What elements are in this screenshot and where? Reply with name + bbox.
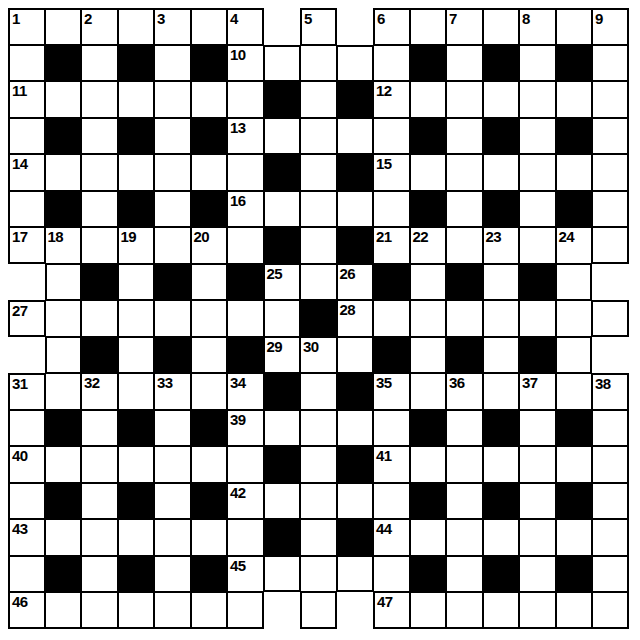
cell-r8c11-white[interactable] [410, 300, 447, 337]
cell-r2c12-white[interactable] [446, 81, 483, 118]
clue-number: 44 [374, 520, 409, 536]
cell-r12c13-white[interactable] [483, 446, 520, 483]
cell-r11c11-black [410, 410, 447, 447]
cell-r0c16-white[interactable]: 9 [592, 8, 629, 45]
cell-r12c0-white[interactable]: 40 [8, 446, 45, 483]
cell-r5c15-black [556, 191, 593, 228]
cell-r14c3-white[interactable] [118, 519, 155, 556]
cell-r14c14-white[interactable] [519, 519, 556, 556]
cell-r16c2-white[interactable] [81, 592, 118, 629]
cell-r16c4-white[interactable] [154, 592, 191, 629]
cell-r2c3-white[interactable] [118, 81, 155, 118]
cell-r2c9-black [337, 81, 374, 118]
cell-r8c7-white[interactable] [264, 300, 301, 337]
cell-r9c5-white[interactable] [191, 337, 228, 374]
cell-r8c1-white[interactable] [45, 300, 82, 337]
cell-r9c4-black [154, 337, 191, 374]
cell-r6c4-white[interactable] [154, 227, 191, 264]
cell-r15c12-white[interactable] [446, 556, 483, 593]
cell-r4c2-white[interactable] [81, 154, 118, 191]
clue-number: 27 [10, 302, 44, 318]
cell-r1c2-white[interactable] [81, 45, 118, 82]
cell-r1c3-black [118, 45, 155, 82]
cell-r1c12-white[interactable] [446, 45, 483, 82]
cell-r5c7-white[interactable] [264, 191, 301, 228]
cell-r7c5-white[interactable] [191, 264, 228, 301]
cell-r11c12-white[interactable] [446, 410, 483, 447]
cell-r9c9-white[interactable] [337, 337, 374, 374]
clue-number: 2 [82, 10, 117, 26]
cell-r16c1-white[interactable] [45, 592, 82, 629]
cell-r11c16-white[interactable] [592, 410, 629, 447]
cell-r7c3-white[interactable] [118, 264, 155, 301]
cell-r12c10-white[interactable]: 41 [373, 446, 410, 483]
cell-r13c15-black [556, 483, 593, 520]
cell-r13c10-white[interactable] [373, 483, 410, 520]
cell-r0c3-white[interactable] [118, 8, 155, 45]
cell-r14c4-white[interactable] [154, 519, 191, 556]
cell-r4c15-white[interactable] [556, 154, 593, 191]
cell-r2c8-white[interactable] [300, 81, 337, 118]
cell-r15c8-white[interactable] [300, 556, 337, 593]
clue-number: 42 [228, 484, 263, 500]
cell-r9c11-white[interactable] [410, 337, 447, 374]
cell-r13c0-white[interactable] [8, 483, 45, 520]
cell-r15c6-white[interactable]: 45 [227, 556, 264, 593]
cell-r1c5-black [191, 45, 228, 82]
cell-r7c6-black [227, 264, 264, 301]
clue-number: 11 [10, 82, 44, 98]
cell-r14c12-white[interactable] [446, 519, 483, 556]
cell-r0c1-white[interactable] [45, 8, 82, 45]
cell-r14c2-white[interactable] [81, 519, 118, 556]
cell-r6c7-black [264, 227, 301, 264]
cell-r4c16-white[interactable] [592, 154, 629, 191]
cell-r12c16-white[interactable] [592, 446, 629, 483]
cell-r13c6-white[interactable]: 42 [227, 483, 264, 520]
cell-r1c8-white[interactable] [300, 45, 337, 82]
cell-r10c2-white[interactable]: 32 [81, 373, 118, 410]
cell-r1c16-white[interactable] [592, 45, 629, 82]
cell-r16c11-white[interactable] [410, 592, 447, 629]
cell-r8c13-white[interactable] [483, 300, 520, 337]
cell-r2c16-white[interactable] [592, 81, 629, 118]
cell-r5c10-white[interactable] [373, 191, 410, 228]
cell-r12c8-white[interactable] [300, 446, 337, 483]
clue-number: 33 [155, 374, 190, 390]
cell-r15c7-white[interactable] [264, 556, 301, 593]
cell-r6c2-white[interactable] [81, 227, 118, 264]
cell-r5c16-white[interactable] [592, 191, 629, 228]
cell-r10c0-white[interactable]: 31 [8, 373, 45, 410]
cell-r5c4-white[interactable] [154, 191, 191, 228]
cell-r15c9-white[interactable] [337, 556, 374, 593]
cell-r7c10-black [373, 264, 410, 301]
cell-r10c12-white[interactable]: 36 [446, 373, 483, 410]
cell-r12c14-white[interactable] [519, 446, 556, 483]
cell-r3c4-white[interactable] [154, 118, 191, 155]
cell-r2c1-white[interactable] [45, 81, 82, 118]
cell-r10c14-white[interactable]: 37 [519, 373, 556, 410]
clue-number: 16 [228, 192, 263, 208]
cell-r6c5-white[interactable]: 20 [191, 227, 228, 264]
cell-r14c8-white[interactable] [300, 519, 337, 556]
cell-r0c6-white[interactable]: 4 [227, 8, 264, 45]
cell-r6c16-white[interactable] [592, 227, 629, 264]
clue-number: 46 [10, 593, 44, 609]
cell-r11c1-black [45, 410, 82, 447]
cell-r4c10-white[interactable]: 15 [373, 154, 410, 191]
cell-r12c5-white[interactable] [191, 446, 228, 483]
cell-r6c10-white[interactable]: 21 [373, 227, 410, 264]
cell-r1c7-white[interactable] [264, 45, 301, 82]
cell-r1c9-white[interactable] [337, 45, 374, 82]
cell-r5c9-white[interactable] [337, 191, 374, 228]
cell-r14c5-white[interactable] [191, 519, 228, 556]
cell-r9c1-white[interactable] [45, 337, 82, 374]
cell-r8c12-white[interactable] [446, 300, 483, 337]
cell-r15c0-white[interactable] [8, 556, 45, 593]
cell-r4c4-white[interactable] [154, 154, 191, 191]
cell-r10c3-white[interactable] [118, 373, 155, 410]
cell-r1c1-black [45, 45, 82, 82]
cell-r8c4-white[interactable] [154, 300, 191, 337]
cell-r10c8-white[interactable] [300, 373, 337, 410]
cell-r2c7-black [264, 81, 301, 118]
cell-r6c8-white[interactable] [300, 227, 337, 264]
cell-r16c3-white[interactable] [118, 592, 155, 629]
cell-r2c2-white[interactable] [81, 81, 118, 118]
cell-r1c6-white[interactable]: 10 [227, 45, 264, 82]
cell-r11c2-white[interactable] [81, 410, 118, 447]
crossword-grid: 1234567891011121314151617181920212223242… [8, 8, 629, 629]
cell-r9c15-white[interactable] [556, 337, 593, 374]
clue-number: 37 [520, 374, 555, 390]
cell-r10c15-white[interactable] [556, 373, 593, 410]
cell-r11c4-white[interactable] [154, 410, 191, 447]
cell-r2c15-white[interactable] [556, 81, 593, 118]
cell-r13c2-white[interactable] [81, 483, 118, 520]
cell-r11c0-white[interactable] [8, 410, 45, 447]
cell-r3c10-white[interactable] [373, 118, 410, 155]
cell-r11c8-white[interactable] [300, 410, 337, 447]
cell-r8c10-white[interactable] [373, 300, 410, 337]
cell-r0c9-void [337, 8, 374, 45]
cell-r3c6-white[interactable]: 13 [227, 118, 264, 155]
cell-r14c11-white[interactable] [410, 519, 447, 556]
cell-r2c6-white[interactable] [227, 81, 264, 118]
cell-r14c1-white[interactable] [45, 519, 82, 556]
cell-r15c15-black [556, 556, 593, 593]
cell-r10c10-white[interactable]: 35 [373, 373, 410, 410]
cell-r12c12-white[interactable] [446, 446, 483, 483]
cell-r14c0-white[interactable]: 43 [8, 519, 45, 556]
cell-r14c6-white[interactable] [227, 519, 264, 556]
cell-r4c3-white[interactable] [118, 154, 155, 191]
cell-r5c6-white[interactable]: 16 [227, 191, 264, 228]
cell-r0c11-white[interactable] [410, 8, 447, 45]
cell-r9c8-white[interactable]: 30 [300, 337, 337, 374]
cell-r13c4-white[interactable] [154, 483, 191, 520]
cell-r16c14-white[interactable] [519, 592, 556, 629]
clue-number: 26 [338, 265, 373, 281]
cell-r14c10-white[interactable]: 44 [373, 519, 410, 556]
clue-number: 38 [593, 375, 627, 391]
cell-r9c2-black [81, 337, 118, 374]
cell-r4c13-white[interactable] [483, 154, 520, 191]
cell-r10c11-white[interactable] [410, 373, 447, 410]
cell-r0c7-void [264, 8, 301, 45]
cell-r13c5-black [191, 483, 228, 520]
cell-r15c16-white[interactable] [592, 556, 629, 593]
cell-r6c13-white[interactable]: 23 [483, 227, 520, 264]
cell-r7c1-white[interactable] [45, 264, 82, 301]
cell-r3c5-black [191, 118, 228, 155]
cell-r15c3-black [118, 556, 155, 593]
clue-number: 19 [119, 228, 154, 244]
cell-r6c15-white[interactable]: 24 [556, 227, 593, 264]
cell-r16c5-white[interactable] [191, 592, 228, 629]
cell-r9c13-white[interactable] [483, 337, 520, 374]
cell-r0c0-white[interactable]: 1 [8, 8, 45, 45]
cell-r3c7-white[interactable] [264, 118, 301, 155]
cell-r8c16-white[interactable] [592, 300, 629, 337]
cell-r0c13-white[interactable] [483, 8, 520, 45]
cell-r15c14-white[interactable] [519, 556, 556, 593]
cell-r12c3-white[interactable] [118, 446, 155, 483]
clue-number: 5 [302, 10, 335, 26]
cell-r9c14-black [519, 337, 556, 374]
cell-r11c10-white[interactable] [373, 410, 410, 447]
cell-r1c4-white[interactable] [154, 45, 191, 82]
cell-r6c6-white[interactable] [227, 227, 264, 264]
cell-r11c9-white[interactable] [337, 410, 374, 447]
cell-r8c0-white[interactable]: 27 [8, 300, 45, 337]
cell-r5c3-black [118, 191, 155, 228]
cell-r6c3-white[interactable]: 19 [118, 227, 155, 264]
clue-number: 34 [228, 374, 263, 390]
cell-r8c2-white[interactable] [81, 300, 118, 337]
cell-r13c3-black [118, 483, 155, 520]
cell-r7c9-white[interactable]: 26 [337, 264, 374, 301]
clue-number: 30 [301, 338, 336, 354]
cell-r4c5-white[interactable] [191, 154, 228, 191]
clue-number: 28 [338, 301, 373, 317]
cell-r3c0-white[interactable] [8, 118, 45, 155]
cell-r16c16-white[interactable] [592, 592, 629, 629]
cell-r4c1-white[interactable] [45, 154, 82, 191]
cell-r10c4-white[interactable]: 33 [154, 373, 191, 410]
cell-r3c8-white[interactable] [300, 118, 337, 155]
cell-r2c5-white[interactable] [191, 81, 228, 118]
cell-r3c2-white[interactable] [81, 118, 118, 155]
cell-r11c3-black [118, 410, 155, 447]
cell-r16c7-void [264, 592, 301, 629]
cell-r8c6-white[interactable] [227, 300, 264, 337]
clue-number: 7 [447, 10, 482, 26]
cell-r10c6-white[interactable]: 34 [227, 373, 264, 410]
cell-r2c11-white[interactable] [410, 81, 447, 118]
cell-r5c0-white[interactable] [8, 191, 45, 228]
cell-r0c8-white[interactable]: 5 [300, 8, 337, 45]
cell-r2c10-white[interactable]: 12 [373, 81, 410, 118]
cell-r2c13-white[interactable] [483, 81, 520, 118]
cell-r7c15-white[interactable] [556, 264, 593, 301]
cell-r16c12-white[interactable] [446, 592, 483, 629]
cell-r4c6-white[interactable] [227, 154, 264, 191]
cell-r8c14-white[interactable] [519, 300, 556, 337]
cell-r13c13-black [483, 483, 520, 520]
cell-r5c2-white[interactable] [81, 191, 118, 228]
cell-r13c7-white[interactable] [264, 483, 301, 520]
clue-number: 3 [155, 10, 190, 26]
cell-r5c14-white[interactable] [519, 191, 556, 228]
cell-r1c14-white[interactable] [519, 45, 556, 82]
cell-r4c9-black [337, 154, 374, 191]
cell-r7c2-black [81, 264, 118, 301]
cell-r7c12-black [446, 264, 483, 301]
cell-r11c7-white[interactable] [264, 410, 301, 447]
cell-r5c11-black [410, 191, 447, 228]
cell-r14c13-white[interactable] [483, 519, 520, 556]
cell-r0c15-white[interactable] [556, 8, 593, 45]
cell-r5c13-black [483, 191, 520, 228]
cell-r5c12-white[interactable] [446, 191, 483, 228]
cell-r14c9-black [337, 519, 374, 556]
cell-r13c14-white[interactable] [519, 483, 556, 520]
cell-r3c9-white[interactable] [337, 118, 374, 155]
cell-r13c1-black [45, 483, 82, 520]
clue-number: 47 [375, 593, 409, 609]
clue-number: 8 [520, 10, 555, 26]
clue-number: 31 [10, 375, 44, 391]
cell-r6c1-white[interactable]: 18 [45, 227, 82, 264]
cell-r16c15-white[interactable] [556, 592, 593, 629]
clue-number: 43 [10, 520, 44, 536]
clue-number: 13 [228, 119, 263, 135]
cell-r15c4-white[interactable] [154, 556, 191, 593]
cell-r13c12-white[interactable] [446, 483, 483, 520]
cell-r16c13-white[interactable] [483, 592, 520, 629]
cell-r6c12-white[interactable] [446, 227, 483, 264]
cell-r5c1-black [45, 191, 82, 228]
clue-number: 4 [228, 10, 262, 26]
cell-r12c7-black [264, 446, 301, 483]
cell-r6c0-white[interactable]: 17 [8, 227, 45, 264]
cell-r4c11-white[interactable] [410, 154, 447, 191]
cell-r3c12-white[interactable] [446, 118, 483, 155]
cell-r8c3-white[interactable] [118, 300, 155, 337]
cell-r9c6-black [227, 337, 264, 374]
cell-r11c5-black [191, 410, 228, 447]
cell-r10c9-black [337, 373, 374, 410]
cell-r6c14-white[interactable] [519, 227, 556, 264]
clue-number: 29 [265, 338, 300, 354]
cell-r16c0-white[interactable]: 46 [8, 592, 45, 629]
cell-r9c7-white[interactable]: 29 [264, 337, 301, 374]
cell-r13c16-white[interactable] [592, 483, 629, 520]
cell-r11c14-white[interactable] [519, 410, 556, 447]
cell-r12c9-black [337, 446, 374, 483]
clue-number: 23 [484, 228, 519, 244]
cell-r6c11-white[interactable]: 22 [410, 227, 447, 264]
cell-r11c6-white[interactable]: 39 [227, 410, 264, 447]
cell-r12c4-white[interactable] [154, 446, 191, 483]
cell-r12c11-white[interactable] [410, 446, 447, 483]
cell-r12c6-white[interactable] [227, 446, 264, 483]
cell-r12c2-white[interactable] [81, 446, 118, 483]
cell-r2c14-white[interactable] [519, 81, 556, 118]
cell-r15c2-white[interactable] [81, 556, 118, 593]
cell-r15c1-black [45, 556, 82, 593]
cell-r3c16-white[interactable] [592, 118, 629, 155]
cell-r2c4-white[interactable] [154, 81, 191, 118]
cell-r0c12-white[interactable]: 7 [446, 8, 483, 45]
cell-r13c9-white[interactable] [337, 483, 374, 520]
cell-r8c5-white[interactable] [191, 300, 228, 337]
cell-r16c10-white[interactable]: 47 [373, 592, 410, 629]
cell-r10c5-white[interactable] [191, 373, 228, 410]
cell-r9c12-black [446, 337, 483, 374]
cell-r2c0-white[interactable]: 11 [8, 81, 45, 118]
cell-r7c8-white[interactable] [300, 264, 337, 301]
cell-r5c8-white[interactable] [300, 191, 337, 228]
cell-r15c10-white[interactable] [373, 556, 410, 593]
cell-r11c13-black [483, 410, 520, 447]
cell-r12c1-white[interactable] [45, 446, 82, 483]
cell-r16c8-white[interactable] [300, 592, 337, 629]
cell-r10c1-white[interactable] [45, 373, 82, 410]
cell-r16c6-white[interactable] [227, 592, 264, 629]
cell-r10c13-white[interactable] [483, 373, 520, 410]
cell-r7c13-white[interactable] [483, 264, 520, 301]
cell-r4c7-black [264, 154, 301, 191]
clue-number: 36 [447, 374, 482, 390]
clue-number: 25 [265, 265, 300, 281]
cell-r1c0-white[interactable] [8, 45, 45, 82]
cell-r4c8-white[interactable] [300, 154, 337, 191]
clue-number: 21 [374, 228, 409, 244]
cell-r12c15-white[interactable] [556, 446, 593, 483]
cell-r9c3-white[interactable] [118, 337, 155, 374]
cell-r14c15-white[interactable] [556, 519, 593, 556]
cell-r0c2-white[interactable]: 2 [81, 8, 118, 45]
cell-r7c11-white[interactable] [410, 264, 447, 301]
cell-r8c15-white[interactable] [556, 300, 593, 337]
cell-r1c11-black [410, 45, 447, 82]
cell-r4c14-white[interactable] [519, 154, 556, 191]
cell-r0c10-white[interactable]: 6 [373, 8, 410, 45]
cell-r0c14-white[interactable]: 8 [519, 8, 556, 45]
clue-number: 40 [10, 447, 44, 463]
cell-r0c5-white[interactable] [191, 8, 228, 45]
cell-r0c4-white[interactable]: 3 [154, 8, 191, 45]
clue-number: 20 [192, 228, 227, 244]
clue-number: 45 [228, 557, 263, 573]
cell-r13c11-black [410, 483, 447, 520]
cell-r13c8-white[interactable] [300, 483, 337, 520]
cell-r8c9-white[interactable]: 28 [337, 300, 374, 337]
cell-r4c0-white[interactable]: 14 [8, 154, 45, 191]
cell-r14c16-white[interactable] [592, 519, 629, 556]
clue-number: 41 [374, 447, 409, 463]
cell-r10c16-white[interactable]: 38 [592, 373, 629, 410]
cell-r1c10-white[interactable] [373, 45, 410, 82]
cell-r4c12-white[interactable] [446, 154, 483, 191]
cell-r7c7-white[interactable]: 25 [264, 264, 301, 301]
cell-r3c3-black [118, 118, 155, 155]
cell-r3c14-white[interactable] [519, 118, 556, 155]
